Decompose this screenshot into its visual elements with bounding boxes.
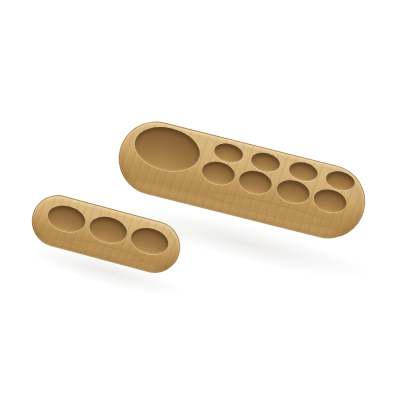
large-board-store-pit	[130, 121, 204, 178]
product-photo-scene	[0, 0, 400, 400]
small-board-pit-c1	[45, 201, 88, 235]
small-board-pit-c3	[128, 223, 171, 257]
